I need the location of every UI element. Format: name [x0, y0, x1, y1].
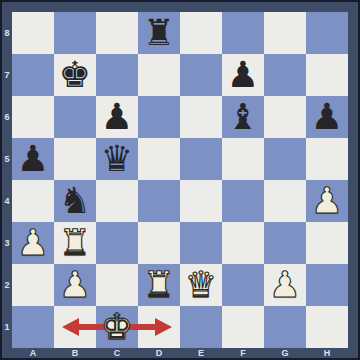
square-c5[interactable]: ♛: [96, 138, 138, 180]
square-f2[interactable]: [222, 264, 264, 306]
piece-white-queen-e2[interactable]: ♛: [180, 264, 222, 306]
piece-black-pawn-a5[interactable]: ♟: [12, 138, 54, 180]
file-label-e: E: [180, 348, 222, 358]
square-a1[interactable]: [12, 306, 54, 348]
square-h3[interactable]: [306, 222, 348, 264]
piece-black-rook-d8[interactable]: ♜: [138, 12, 180, 54]
square-a3[interactable]: ♟: [12, 222, 54, 264]
square-f7[interactable]: ♟: [222, 54, 264, 96]
square-g2[interactable]: ♟: [264, 264, 306, 306]
square-b4[interactable]: ♞: [54, 180, 96, 222]
square-c4[interactable]: [96, 180, 138, 222]
square-g1[interactable]: [264, 306, 306, 348]
square-a6[interactable]: [12, 96, 54, 138]
file-labels: ABCDEFGH: [12, 348, 348, 358]
square-c2[interactable]: [96, 264, 138, 306]
square-b1[interactable]: [54, 306, 96, 348]
square-h1[interactable]: [306, 306, 348, 348]
square-h2[interactable]: [306, 264, 348, 306]
chess-board: ♜♚♟♟♝♟♟♛♞♟♟♜♟♜♛♟♚: [12, 12, 348, 348]
square-b7[interactable]: ♚: [54, 54, 96, 96]
square-h5[interactable]: [306, 138, 348, 180]
square-a4[interactable]: [12, 180, 54, 222]
square-g7[interactable]: [264, 54, 306, 96]
square-h7[interactable]: [306, 54, 348, 96]
square-e2[interactable]: ♛: [180, 264, 222, 306]
rank-label-1: 1: [2, 306, 12, 348]
square-g4[interactable]: [264, 180, 306, 222]
square-f8[interactable]: [222, 12, 264, 54]
square-b3[interactable]: ♜: [54, 222, 96, 264]
square-d1[interactable]: [138, 306, 180, 348]
file-label-g: G: [264, 348, 306, 358]
square-e1[interactable]: [180, 306, 222, 348]
square-d2[interactable]: ♜: [138, 264, 180, 306]
square-f1[interactable]: [222, 306, 264, 348]
square-d7[interactable]: [138, 54, 180, 96]
piece-black-pawn-c6[interactable]: ♟: [96, 96, 138, 138]
square-f6[interactable]: ♝: [222, 96, 264, 138]
rank-label-4: 4: [2, 180, 12, 222]
square-f5[interactable]: [222, 138, 264, 180]
piece-black-knight-b4[interactable]: ♞: [54, 180, 96, 222]
square-f4[interactable]: [222, 180, 264, 222]
square-c6[interactable]: ♟: [96, 96, 138, 138]
rank-label-6: 6: [2, 96, 12, 138]
square-e3[interactable]: [180, 222, 222, 264]
square-c7[interactable]: [96, 54, 138, 96]
piece-white-king-c1[interactable]: ♚: [96, 306, 138, 348]
square-e7[interactable]: [180, 54, 222, 96]
square-c1[interactable]: ♚: [96, 306, 138, 348]
square-a5[interactable]: ♟: [12, 138, 54, 180]
rank-label-2: 2: [2, 264, 12, 306]
square-b6[interactable]: [54, 96, 96, 138]
piece-black-bishop-f6[interactable]: ♝: [222, 96, 264, 138]
square-e6[interactable]: [180, 96, 222, 138]
piece-black-queen-c5[interactable]: ♛: [96, 138, 138, 180]
piece-white-pawn-g2[interactable]: ♟: [264, 264, 306, 306]
piece-white-rook-b3[interactable]: ♜: [54, 222, 96, 264]
piece-white-pawn-a3[interactable]: ♟: [12, 222, 54, 264]
piece-white-pawn-h4[interactable]: ♟: [306, 180, 348, 222]
file-label-f: F: [222, 348, 264, 358]
file-label-c: C: [96, 348, 138, 358]
square-e8[interactable]: [180, 12, 222, 54]
piece-black-pawn-h6[interactable]: ♟: [306, 96, 348, 138]
file-label-a: A: [12, 348, 54, 358]
square-d6[interactable]: [138, 96, 180, 138]
piece-white-rook-d2[interactable]: ♜: [138, 264, 180, 306]
rank-label-7: 7: [2, 54, 12, 96]
square-c8[interactable]: [96, 12, 138, 54]
square-h4[interactable]: ♟: [306, 180, 348, 222]
square-e5[interactable]: [180, 138, 222, 180]
square-d3[interactable]: [138, 222, 180, 264]
square-h6[interactable]: ♟: [306, 96, 348, 138]
square-d5[interactable]: [138, 138, 180, 180]
square-g5[interactable]: [264, 138, 306, 180]
square-g8[interactable]: [264, 12, 306, 54]
square-b2[interactable]: ♟: [54, 264, 96, 306]
square-a2[interactable]: [12, 264, 54, 306]
square-h8[interactable]: [306, 12, 348, 54]
rank-label-3: 3: [2, 222, 12, 264]
chess-board-frame: 87654321 ABCDEFGH ♜♚♟♟♝♟♟♛♞♟♟♜♟♜♛♟♚: [0, 0, 360, 360]
square-f3[interactable]: [222, 222, 264, 264]
rank-label-8: 8: [2, 12, 12, 54]
rank-labels: 87654321: [2, 12, 12, 348]
square-g3[interactable]: [264, 222, 306, 264]
file-label-d: D: [138, 348, 180, 358]
piece-black-king-b7[interactable]: ♚: [54, 54, 96, 96]
square-d4[interactable]: [138, 180, 180, 222]
square-d8[interactable]: ♜: [138, 12, 180, 54]
square-b8[interactable]: [54, 12, 96, 54]
square-a8[interactable]: [12, 12, 54, 54]
square-a7[interactable]: [12, 54, 54, 96]
piece-white-pawn-b2[interactable]: ♟: [54, 264, 96, 306]
square-c3[interactable]: [96, 222, 138, 264]
rank-label-5: 5: [2, 138, 12, 180]
square-b5[interactable]: [54, 138, 96, 180]
square-e4[interactable]: [180, 180, 222, 222]
square-g6[interactable]: [264, 96, 306, 138]
piece-black-pawn-f7[interactable]: ♟: [222, 54, 264, 96]
file-label-b: B: [54, 348, 96, 358]
file-label-h: H: [306, 348, 348, 358]
